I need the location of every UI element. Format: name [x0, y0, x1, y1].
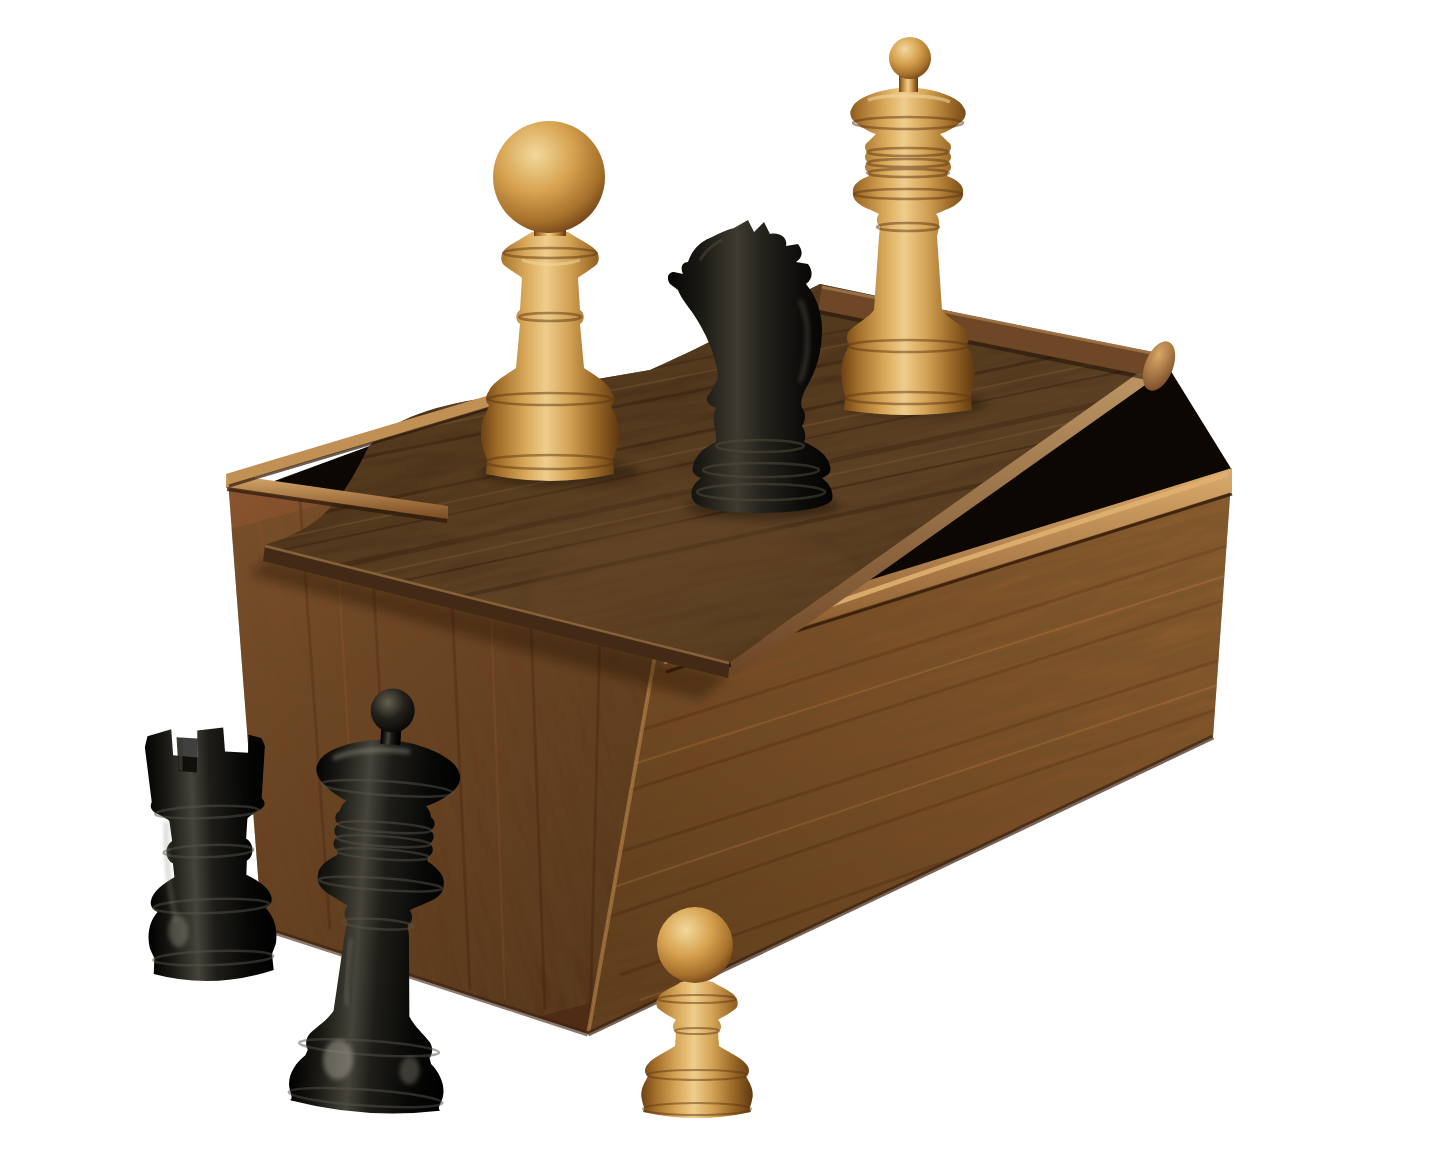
small-pawn-ball-finial: [657, 907, 733, 983]
chess-set-photo: Antique chess pieces with wooden slide-l…: [0, 0, 1445, 1156]
queen-ball-finial: [889, 37, 931, 79]
pawn-ball-finial: [493, 121, 605, 233]
white-pawn-large: white-pawn-large ♙: [481, 121, 622, 481]
white-queen: white-queen ♕: [841, 37, 976, 415]
black-rook: black-rook ♜: [141, 726, 278, 983]
scene: Antique chess pieces with wooden slide-l…: [0, 0, 1445, 1156]
